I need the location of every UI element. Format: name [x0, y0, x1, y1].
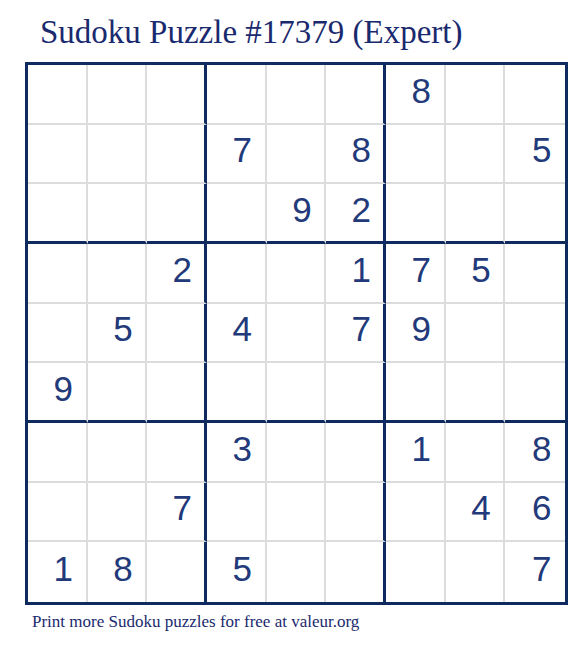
cell-r6c7	[386, 363, 446, 423]
cell-r2c2	[88, 125, 148, 185]
cell-r8c8: 4	[446, 483, 506, 543]
cell-r6c3	[147, 363, 207, 423]
cell-r4c3: 2	[147, 244, 207, 304]
cell-r7c8	[446, 423, 506, 483]
cell-r4c7: 7	[386, 244, 446, 304]
cell-r8c3: 7	[147, 483, 207, 543]
cell-r6c5	[267, 363, 327, 423]
cell-r1c8	[446, 65, 506, 125]
cell-r8c9: 6	[505, 483, 565, 543]
cell-r9c3	[147, 542, 207, 602]
cell-r6c4	[207, 363, 267, 423]
cell-r8c5	[267, 483, 327, 543]
cell-r3c2	[88, 184, 148, 244]
sudoku-board: 8785922175547993187461857	[25, 62, 568, 605]
cell-r2c6: 8	[326, 125, 386, 185]
cell-r7c6	[326, 423, 386, 483]
cell-r6c2	[88, 363, 148, 423]
cell-r9c4: 5	[207, 542, 267, 602]
cell-r7c5	[267, 423, 327, 483]
footer-text: Print more Sudoku puzzles for free at va…	[32, 613, 359, 630]
cell-r6c1: 9	[28, 363, 88, 423]
cell-r5c9	[505, 304, 565, 364]
cell-r7c4: 3	[207, 423, 267, 483]
cell-r5c6: 7	[326, 304, 386, 364]
cell-r5c3	[147, 304, 207, 364]
cell-r2c3	[147, 125, 207, 185]
cell-r3c9	[505, 184, 565, 244]
cell-r4c5	[267, 244, 327, 304]
cell-r3c3	[147, 184, 207, 244]
cell-r5c2: 5	[88, 304, 148, 364]
cell-r4c4	[207, 244, 267, 304]
cell-r9c2: 8	[88, 542, 148, 602]
cell-r3c6: 2	[326, 184, 386, 244]
cell-r7c2	[88, 423, 148, 483]
cell-r2c7	[386, 125, 446, 185]
cell-r1c6	[326, 65, 386, 125]
cell-r3c8	[446, 184, 506, 244]
cell-r3c7	[386, 184, 446, 244]
page-title: Sudoku Puzzle #17379 (Expert)	[40, 16, 463, 49]
cell-r9c7	[386, 542, 446, 602]
cell-r2c8	[446, 125, 506, 185]
cell-r8c2	[88, 483, 148, 543]
cell-r5c4: 4	[207, 304, 267, 364]
cell-r1c9	[505, 65, 565, 125]
cell-r4c8: 5	[446, 244, 506, 304]
cell-r9c5	[267, 542, 327, 602]
cell-r2c4: 7	[207, 125, 267, 185]
cell-r3c1	[28, 184, 88, 244]
cell-r7c1	[28, 423, 88, 483]
cell-r5c7: 9	[386, 304, 446, 364]
cell-r1c3	[147, 65, 207, 125]
cell-r8c6	[326, 483, 386, 543]
cell-r2c5	[267, 125, 327, 185]
cell-r1c1	[28, 65, 88, 125]
cell-r2c9: 5	[505, 125, 565, 185]
cell-r5c5	[267, 304, 327, 364]
cell-r8c7	[386, 483, 446, 543]
sudoku-print-page: Sudoku Puzzle #17379 (Expert) 8785922175…	[0, 0, 580, 651]
cell-r6c6	[326, 363, 386, 423]
cell-r7c3	[147, 423, 207, 483]
cell-r4c1	[28, 244, 88, 304]
cell-r6c9	[505, 363, 565, 423]
cell-r4c2	[88, 244, 148, 304]
cell-r7c7: 1	[386, 423, 446, 483]
cell-r1c5	[267, 65, 327, 125]
cell-r4c9	[505, 244, 565, 304]
cell-r9c9: 7	[505, 542, 565, 602]
cell-r9c6	[326, 542, 386, 602]
cell-r8c1	[28, 483, 88, 543]
cell-r5c1	[28, 304, 88, 364]
cell-r2c1	[28, 125, 88, 185]
cell-r9c8	[446, 542, 506, 602]
cell-r1c4	[207, 65, 267, 125]
cell-r9c1: 1	[28, 542, 88, 602]
cell-r5c8	[446, 304, 506, 364]
cell-r6c8	[446, 363, 506, 423]
cell-r8c4	[207, 483, 267, 543]
cell-r3c5: 9	[267, 184, 327, 244]
cell-r1c2	[88, 65, 148, 125]
cell-r1c7: 8	[386, 65, 446, 125]
cell-r3c4	[207, 184, 267, 244]
cell-r4c6: 1	[326, 244, 386, 304]
cell-r7c9: 8	[505, 423, 565, 483]
